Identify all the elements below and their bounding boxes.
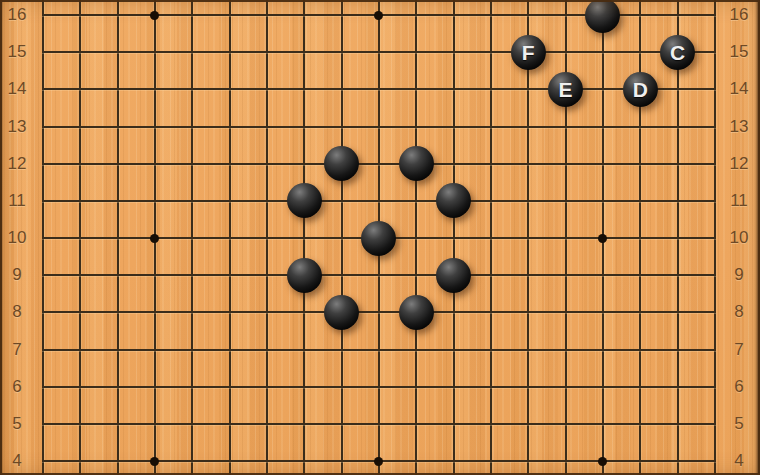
row-label-left-6: 6 [2,378,32,396]
star-point-K4 [374,457,383,466]
star-point-Q10 [598,234,607,243]
row-label-left-7: 7 [2,341,32,359]
grid-hline-15 [42,51,716,53]
row-label-left-15: 15 [2,43,32,61]
stone-black-S15-label-C[interactable]: C [660,35,695,70]
stone-black-J8[interactable] [324,295,359,330]
grid-hline-13 [42,126,716,128]
stone-black-Q16[interactable] [585,0,620,33]
grid-hline-9 [42,274,716,276]
row-label-left-11: 11 [2,192,32,210]
stone-black-L8[interactable] [399,295,434,330]
stone-black-K10[interactable] [361,221,396,256]
stone-black-P14-label-E[interactable]: E [548,72,583,107]
row-label-left-4: 4 [2,452,32,470]
row-label-right-14: 14 [724,80,754,98]
star-point-D16 [150,11,159,20]
row-label-right-9: 9 [724,266,754,284]
row-label-left-16: 16 [2,6,32,24]
row-label-right-12: 12 [724,155,754,173]
row-label-right-4: 4 [724,452,754,470]
stone-black-R14-label-D[interactable]: D [623,72,658,107]
row-label-left-12: 12 [2,155,32,173]
grid-hline-8 [42,311,716,313]
stone-black-M9[interactable] [436,258,471,293]
stone-label-F: F [522,42,535,63]
star-point-D10 [150,234,159,243]
stone-black-M11[interactable] [436,183,471,218]
stone-black-L12[interactable] [399,146,434,181]
row-label-left-13: 13 [2,118,32,136]
row-label-right-5: 5 [724,415,754,433]
go-board[interactable]: 1616151514141313121211111010998877665544… [0,0,760,475]
stone-label-D: D [633,79,648,100]
stone-black-J12[interactable] [324,146,359,181]
grid-hline-7 [42,349,716,351]
row-label-right-13: 13 [724,118,754,136]
stone-black-O15-label-F[interactable]: F [511,35,546,70]
row-label-right-7: 7 [724,341,754,359]
star-point-D4 [150,457,159,466]
grid-hline-14 [42,88,716,90]
grid-hline-6 [42,386,716,388]
stone-label-E: E [559,79,573,100]
row-label-left-9: 9 [2,266,32,284]
row-label-left-5: 5 [2,415,32,433]
row-label-left-8: 8 [2,303,32,321]
row-label-right-16: 16 [724,6,754,24]
star-point-K16 [374,11,383,20]
row-label-right-11: 11 [724,192,754,210]
stone-black-H11[interactable] [287,183,322,218]
row-label-right-8: 8 [724,303,754,321]
grid-hline-5 [42,423,716,425]
star-point-Q4 [598,457,607,466]
grid-hline-12 [42,163,716,165]
row-label-right-10: 10 [724,229,754,247]
row-label-right-15: 15 [724,43,754,61]
row-label-right-6: 6 [724,378,754,396]
stone-black-H9[interactable] [287,258,322,293]
stone-label-C: C [670,42,685,63]
row-label-left-10: 10 [2,229,32,247]
grid-hline-11 [42,200,716,202]
row-label-left-14: 14 [2,80,32,98]
